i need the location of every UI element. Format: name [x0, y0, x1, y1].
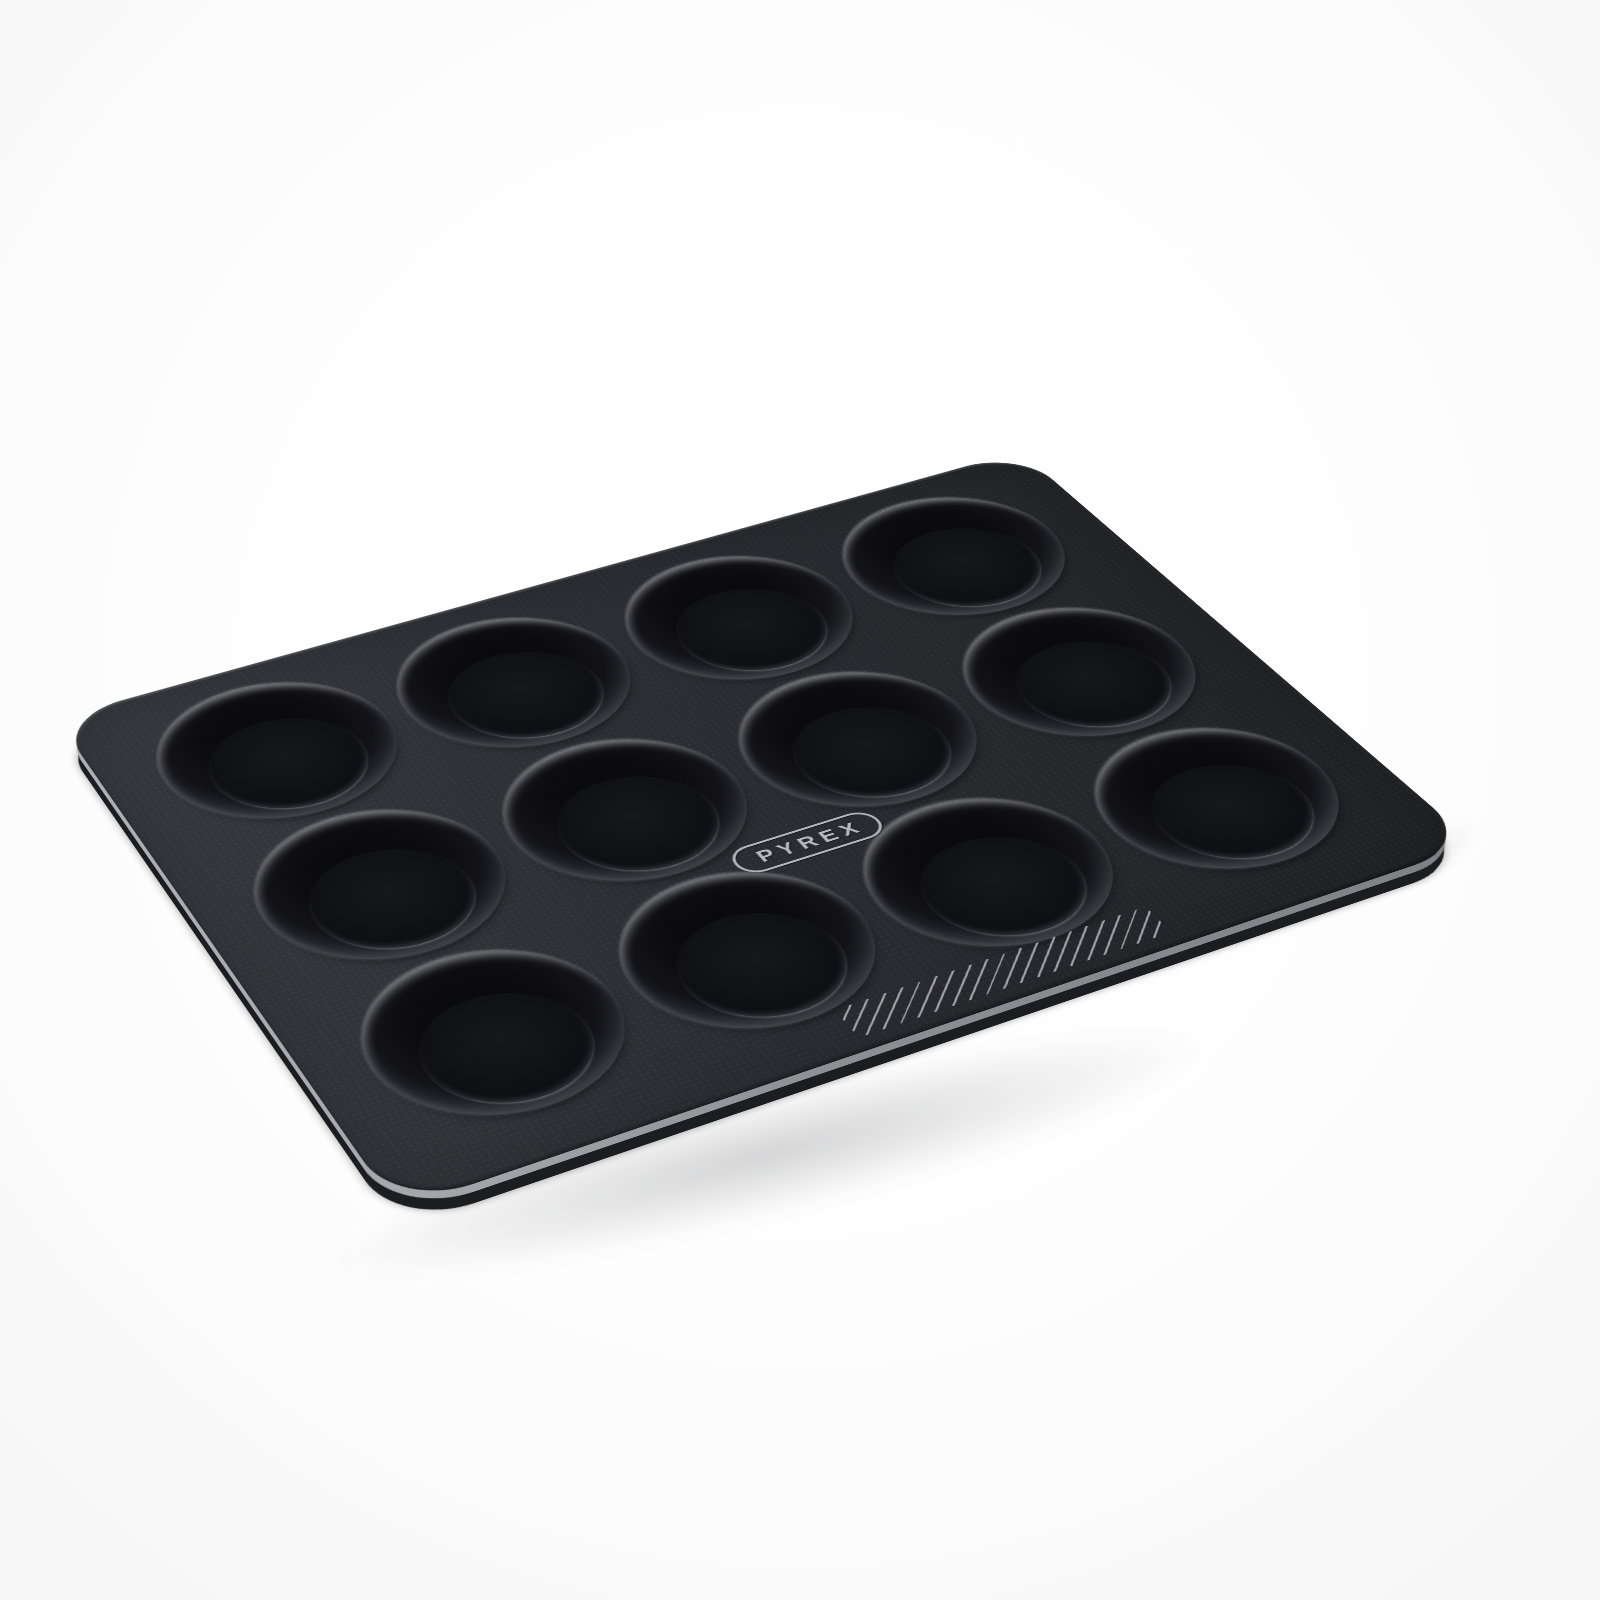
muffin-tray: PYREX [56, 451, 1476, 1210]
brand-logo-text: PYREX [746, 818, 869, 867]
brand-logo-emboss: PYREX [724, 808, 890, 877]
muffin-cup [578, 848, 922, 1058]
muffin-cup [218, 786, 547, 986]
muffin-cup [820, 775, 1160, 974]
muffin-cup [322, 924, 670, 1145]
product-photo: PYREX [0, 0, 1600, 1600]
muffin-cup [124, 661, 436, 843]
